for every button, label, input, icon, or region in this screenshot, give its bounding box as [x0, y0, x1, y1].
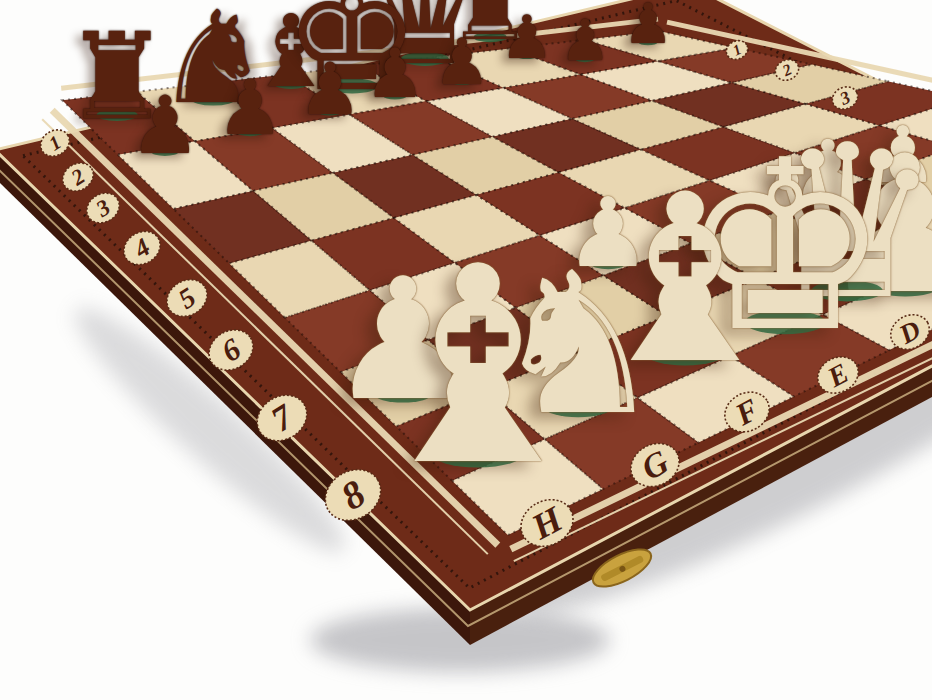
piece-dark-pawn-e2[interactable]: ♟: [365, 40, 426, 108]
piece-dark-pawn-h2[interactable]: ♟: [129, 86, 201, 166]
piece-dark-pawn-a1[interactable]: ♟: [623, 0, 673, 52]
chess-set-photo: 12345678HGFED123♜♞♝♚♛♜♟♟♟♟♟♟♟♟♟♟♟♟♝♞♝♚♛♟: [0, 0, 932, 700]
piece-dark-pawn-f2[interactable]: ♟: [298, 53, 363, 125]
piece-dark-pawn-c2[interactable]: ♟: [500, 7, 554, 67]
piece-dark-pawn-d2[interactable]: ♟: [433, 30, 490, 94]
piece-white-bishop-h7[interactable]: ♝: [356, 231, 600, 503]
piece-dark-pawn-b2[interactable]: ♟: [559, 12, 610, 69]
piece-dark-pawn-g2[interactable]: ♟: [216, 70, 284, 146]
